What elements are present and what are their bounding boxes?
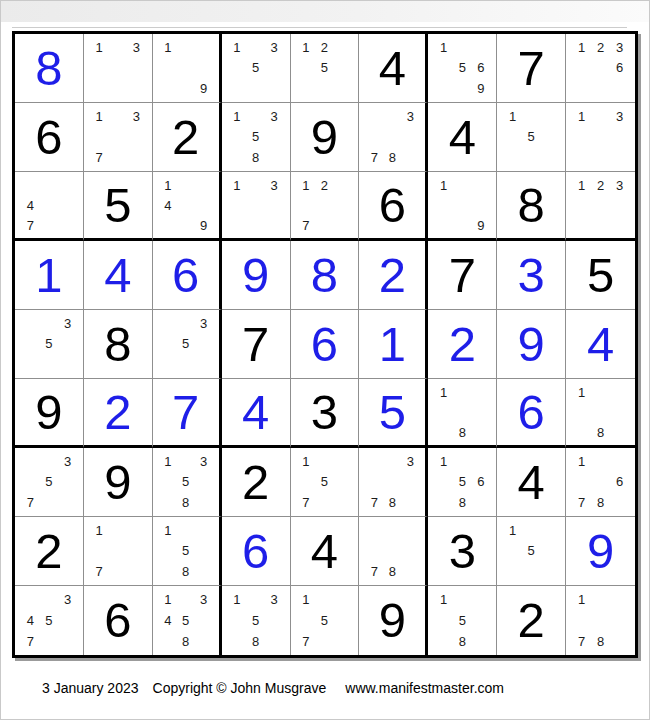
pencil-mark: 3 bbox=[58, 589, 77, 610]
given-digit: 6 bbox=[104, 596, 131, 645]
sudoku-cell[interactable]: 5 bbox=[566, 241, 635, 310]
pencil-mark: 9 bbox=[195, 215, 213, 235]
pencil-mark: 3 bbox=[265, 589, 284, 610]
sudoku-cell[interactable]: 1236 bbox=[566, 34, 635, 103]
pencil-mark: 3 bbox=[401, 451, 419, 472]
pencil-mark: 3 bbox=[265, 37, 284, 58]
given-digit: 9 bbox=[104, 458, 131, 507]
pencil-mark: 7 bbox=[572, 492, 591, 513]
pencil-mark: 5 bbox=[40, 472, 59, 493]
given-digit: 9 bbox=[311, 113, 338, 162]
pencil-mark: 8 bbox=[591, 631, 610, 652]
sudoku-cell[interactable]: 9 bbox=[566, 517, 635, 586]
sudoku-cell[interactable]: 4 bbox=[291, 517, 360, 586]
sudoku-cell[interactable]: 3457 bbox=[15, 586, 84, 655]
sudoku-cell[interactable]: 4 bbox=[84, 241, 153, 310]
pencil-marks: 13 bbox=[222, 172, 290, 238]
pencil-mark: 5 bbox=[246, 127, 265, 148]
sudoku-cell[interactable]: 19 bbox=[153, 34, 222, 103]
given-digit: 5 bbox=[104, 181, 131, 230]
sudoku-cell[interactable]: 2 bbox=[84, 379, 153, 448]
given-digit: 2 bbox=[242, 458, 269, 507]
solved-digit: 6 bbox=[172, 251, 199, 300]
pencil-marks: 15 bbox=[497, 517, 565, 585]
pencil-mark: 7 bbox=[297, 215, 316, 235]
pencil-mark: 3 bbox=[401, 106, 419, 127]
pencil-mark: 9 bbox=[195, 78, 213, 99]
pencil-marks: 127 bbox=[291, 172, 359, 238]
pencil-mark: 5 bbox=[522, 541, 541, 562]
pencil-mark: 5 bbox=[315, 610, 334, 631]
pencil-mark: 7 bbox=[297, 492, 316, 513]
pencil-mark: 7 bbox=[572, 631, 591, 652]
pencil-mark: 1 bbox=[228, 175, 247, 195]
sudoku-cell[interactable]: 6 bbox=[291, 310, 360, 379]
sudoku-cell[interactable]: 5 bbox=[359, 379, 428, 448]
pencil-marks: 35 bbox=[15, 310, 83, 378]
sudoku-cell[interactable]: 158 bbox=[428, 586, 497, 655]
given-digit: 9 bbox=[379, 596, 406, 645]
solved-digit: 9 bbox=[242, 251, 269, 300]
pencil-mark: 8 bbox=[177, 561, 195, 582]
pencil-mark: 8 bbox=[453, 631, 472, 652]
sudoku-cell[interactable]: 2 bbox=[428, 310, 497, 379]
given-digit: 3 bbox=[449, 527, 476, 576]
pencil-mark: 7 bbox=[297, 631, 316, 652]
pencil-mark: 1 bbox=[159, 520, 177, 541]
pencil-mark: 1 bbox=[434, 382, 453, 402]
pencil-mark: 1 bbox=[159, 37, 177, 58]
pencil-mark: 1 bbox=[228, 106, 247, 127]
sudoku-cell[interactable]: 8 bbox=[291, 241, 360, 310]
pencil-mark: 2 bbox=[315, 175, 334, 195]
pencil-mark: 5 bbox=[453, 610, 472, 631]
sudoku-cell[interactable]: 2 bbox=[222, 448, 291, 517]
pencil-mark: 1 bbox=[297, 175, 316, 195]
pencil-mark: 8 bbox=[453, 422, 472, 442]
pencil-mark: 2 bbox=[591, 37, 610, 58]
sudoku-cell[interactable]: 1 bbox=[359, 310, 428, 379]
pencil-marks: 19 bbox=[153, 34, 219, 102]
sudoku-cell[interactable]: 19 bbox=[428, 172, 497, 241]
pencil-mark: 7 bbox=[90, 147, 109, 168]
pencil-mark: 5 bbox=[315, 58, 334, 79]
given-digit: 4 bbox=[311, 527, 338, 576]
footer-copyright: Copyright © John Musgrave bbox=[153, 680, 327, 696]
sudoku-cell[interactable]: 158 bbox=[153, 517, 222, 586]
pencil-mark: 8 bbox=[246, 147, 265, 168]
sudoku-cell[interactable]: 6 bbox=[153, 241, 222, 310]
given-digit: 8 bbox=[518, 181, 545, 230]
pencil-mark: 8 bbox=[383, 147, 401, 168]
pencil-marks: 13 bbox=[84, 34, 152, 102]
pencil-mark: 1 bbox=[228, 589, 247, 610]
pencil-mark: 7 bbox=[21, 492, 40, 513]
sudoku-cell[interactable]: 13 bbox=[222, 172, 291, 241]
pencil-marks: 125 bbox=[291, 34, 359, 102]
pencil-mark: 3 bbox=[610, 106, 629, 127]
solved-digit: 1 bbox=[379, 320, 406, 369]
given-digit: 9 bbox=[35, 388, 62, 437]
sudoku-cell[interactable]: 6 bbox=[497, 379, 566, 448]
pencil-mark: 1 bbox=[159, 451, 177, 472]
solved-digit: 7 bbox=[172, 388, 199, 437]
sudoku-cell[interactable]: 1358 bbox=[153, 448, 222, 517]
sudoku-cell[interactable]: 178 bbox=[566, 586, 635, 655]
sudoku-cell[interactable]: 4 bbox=[566, 310, 635, 379]
pencil-mark: 3 bbox=[195, 451, 213, 472]
board-top-hairline bbox=[12, 27, 627, 28]
pencil-mark: 3 bbox=[127, 106, 146, 127]
sudoku-cell[interactable]: 357 bbox=[15, 448, 84, 517]
page: { "game": "sudoku", "position": "8000040… bbox=[0, 0, 650, 720]
pencil-marks: 178 bbox=[566, 586, 635, 655]
sudoku-cell[interactable]: 13458 bbox=[153, 586, 222, 655]
sudoku-board: 8131913512541569712366137213589378415134… bbox=[12, 31, 638, 658]
pencil-mark: 8 bbox=[383, 561, 401, 582]
footer: 3 January 2023Copyright © John Musgravew… bbox=[42, 680, 504, 696]
pencil-mark: 5 bbox=[522, 127, 541, 148]
given-digit: 6 bbox=[35, 113, 62, 162]
pencil-mark: 6 bbox=[610, 472, 629, 493]
pencil-mark: 4 bbox=[21, 195, 40, 215]
pencil-marks: 19 bbox=[428, 172, 496, 238]
sudoku-cell[interactable]: 7 bbox=[222, 310, 291, 379]
pencil-mark: 3 bbox=[127, 37, 146, 58]
pencil-mark: 7 bbox=[90, 561, 109, 582]
pencil-mark: 5 bbox=[246, 610, 265, 631]
pencil-mark: 2 bbox=[315, 37, 334, 58]
sudoku-cell[interactable]: 127 bbox=[291, 172, 360, 241]
pencil-mark: 6 bbox=[610, 58, 629, 79]
pencil-marks: 15 bbox=[497, 103, 565, 171]
given-digit: 8 bbox=[104, 320, 131, 369]
sudoku-cell[interactable]: 4 bbox=[497, 448, 566, 517]
pencil-mark: 1 bbox=[572, 175, 591, 195]
window-titlebar bbox=[0, 0, 650, 22]
pencil-mark: 7 bbox=[21, 631, 40, 652]
given-digit: 5 bbox=[587, 251, 614, 300]
pencil-mark: 3 bbox=[195, 589, 213, 610]
sudoku-cell[interactable]: 2 bbox=[497, 586, 566, 655]
solved-digit: 9 bbox=[518, 320, 545, 369]
sudoku-cell[interactable]: 18 bbox=[566, 379, 635, 448]
pencil-mark: 1 bbox=[572, 382, 591, 402]
pencil-mark: 4 bbox=[21, 610, 40, 631]
pencil-mark: 8 bbox=[591, 422, 610, 442]
pencil-marks: 1678 bbox=[566, 448, 635, 516]
sudoku-cell[interactable]: 9 bbox=[84, 448, 153, 517]
sudoku-cell[interactable]: 17 bbox=[84, 517, 153, 586]
pencil-mark: 5 bbox=[246, 58, 265, 79]
pencil-marks: 357 bbox=[15, 448, 83, 516]
pencil-mark: 3 bbox=[195, 313, 213, 334]
pencil-marks: 135 bbox=[222, 34, 290, 102]
sudoku-cell[interactable]: 78 bbox=[359, 517, 428, 586]
solved-digit: 8 bbox=[311, 251, 338, 300]
pencil-marks: 17 bbox=[84, 517, 152, 585]
solved-digit: 4 bbox=[104, 251, 131, 300]
pencil-mark: 1 bbox=[572, 106, 591, 127]
sudoku-cell[interactable]: 6 bbox=[359, 172, 428, 241]
sudoku-cell[interactable]: 149 bbox=[153, 172, 222, 241]
footer-date: 3 January 2023 bbox=[42, 680, 139, 696]
pencil-mark: 8 bbox=[177, 631, 195, 652]
sudoku-cell[interactable]: 2 bbox=[15, 517, 84, 586]
pencil-mark: 5 bbox=[177, 472, 195, 493]
given-digit: 2 bbox=[172, 113, 199, 162]
pencil-mark: 1 bbox=[159, 175, 177, 195]
solved-digit: 6 bbox=[311, 320, 338, 369]
pencil-mark: 5 bbox=[453, 472, 472, 493]
sudoku-cell[interactable]: 9 bbox=[497, 310, 566, 379]
pencil-mark: 6 bbox=[472, 58, 491, 79]
footer-website: www.manifestmaster.com bbox=[345, 680, 504, 696]
solved-digit: 4 bbox=[242, 388, 269, 437]
sudoku-cell[interactable]: 4 bbox=[359, 34, 428, 103]
sudoku-cell[interactable]: 1678 bbox=[566, 448, 635, 517]
pencil-marks: 1568 bbox=[428, 448, 496, 516]
pencil-marks: 158 bbox=[428, 586, 496, 655]
sudoku-cell[interactable]: 5 bbox=[84, 172, 153, 241]
sudoku-cell[interactable]: 2 bbox=[153, 103, 222, 172]
sudoku-cell[interactable]: 8 bbox=[15, 34, 84, 103]
solved-digit: 3 bbox=[518, 251, 545, 300]
sudoku-cell[interactable]: 13 bbox=[84, 34, 153, 103]
pencil-mark: 5 bbox=[453, 58, 472, 79]
pencil-marks: 157 bbox=[291, 448, 359, 516]
sudoku-cell[interactable]: 4 bbox=[428, 103, 497, 172]
pencil-marks: 18 bbox=[566, 379, 635, 445]
pencil-marks: 1358 bbox=[153, 448, 219, 516]
pencil-mark: 7 bbox=[365, 147, 383, 168]
sudoku-cell[interactable]: 378 bbox=[359, 103, 428, 172]
sudoku-cell[interactable]: 15 bbox=[497, 517, 566, 586]
pencil-mark: 6 bbox=[472, 472, 491, 493]
solved-digit: 6 bbox=[242, 527, 269, 576]
pencil-mark: 1 bbox=[572, 37, 591, 58]
pencil-marks: 1358 bbox=[222, 103, 290, 171]
pencil-marks: 18 bbox=[428, 379, 496, 445]
given-digit: 7 bbox=[242, 320, 269, 369]
pencil-mark: 9 bbox=[472, 78, 491, 99]
pencil-mark: 5 bbox=[177, 334, 195, 355]
sudoku-cell[interactable]: 9 bbox=[359, 586, 428, 655]
solved-digit: 1 bbox=[35, 251, 62, 300]
pencil-marks: 137 bbox=[84, 103, 152, 171]
pencil-mark: 5 bbox=[177, 541, 195, 562]
pencil-mark: 5 bbox=[315, 472, 334, 493]
pencil-mark: 3 bbox=[610, 37, 629, 58]
given-digit: 7 bbox=[449, 251, 476, 300]
pencil-mark: 2 bbox=[591, 175, 610, 195]
given-digit: 3 bbox=[311, 388, 338, 437]
sudoku-cell[interactable]: 7 bbox=[428, 241, 497, 310]
solved-digit: 8 bbox=[35, 44, 62, 93]
sudoku-cell[interactable]: 1 bbox=[15, 241, 84, 310]
pencil-mark: 1 bbox=[159, 589, 177, 610]
pencil-mark: 3 bbox=[58, 313, 77, 334]
pencil-mark: 3 bbox=[610, 175, 629, 195]
sudoku-cell[interactable]: 1358 bbox=[222, 103, 291, 172]
sudoku-cell[interactable]: 13 bbox=[566, 103, 635, 172]
pencil-mark: 8 bbox=[383, 492, 401, 513]
sudoku-cell[interactable]: 3 bbox=[291, 379, 360, 448]
pencil-marks: 47 bbox=[15, 172, 83, 238]
pencil-mark: 5 bbox=[177, 610, 195, 631]
pencil-mark: 1 bbox=[434, 451, 453, 472]
sudoku-cell[interactable]: 123 bbox=[566, 172, 635, 241]
pencil-marks: 35 bbox=[153, 310, 219, 378]
pencil-mark: 9 bbox=[472, 215, 491, 235]
pencil-mark: 5 bbox=[40, 610, 59, 631]
solved-digit: 4 bbox=[587, 320, 614, 369]
sudoku-cell[interactable]: 7 bbox=[153, 379, 222, 448]
pencil-mark: 3 bbox=[265, 175, 284, 195]
sudoku-cell[interactable]: 8 bbox=[497, 172, 566, 241]
pencil-mark: 1 bbox=[297, 589, 316, 610]
sudoku-cell[interactable]: 1569 bbox=[428, 34, 497, 103]
sudoku-cell[interactable]: 1358 bbox=[222, 586, 291, 655]
solved-digit: 2 bbox=[104, 388, 131, 437]
sudoku-cell[interactable]: 6 bbox=[84, 586, 153, 655]
pencil-marks: 3457 bbox=[15, 586, 83, 655]
pencil-mark: 1 bbox=[434, 175, 453, 195]
pencil-mark: 1 bbox=[228, 37, 247, 58]
pencil-mark: 3 bbox=[58, 451, 77, 472]
solved-digit: 5 bbox=[379, 388, 406, 437]
sudoku-cell[interactable]: 135 bbox=[222, 34, 291, 103]
pencil-mark: 7 bbox=[365, 492, 383, 513]
pencil-mark: 8 bbox=[453, 492, 472, 513]
solved-digit: 9 bbox=[587, 527, 614, 576]
pencil-mark: 1 bbox=[572, 451, 591, 472]
given-digit: 4 bbox=[449, 113, 476, 162]
pencil-marks: 123 bbox=[566, 172, 635, 238]
sudoku-cell[interactable]: 9 bbox=[222, 241, 291, 310]
given-digit: 2 bbox=[518, 596, 545, 645]
given-digit: 7 bbox=[518, 44, 545, 93]
pencil-mark: 5 bbox=[40, 334, 59, 355]
sudoku-cell[interactable]: 1568 bbox=[428, 448, 497, 517]
pencil-marks: 158 bbox=[153, 517, 219, 585]
sudoku-cell[interactable]: 15 bbox=[497, 103, 566, 172]
sudoku-cell[interactable]: 8 bbox=[84, 310, 153, 379]
pencil-mark: 8 bbox=[246, 631, 265, 652]
pencil-marks: 157 bbox=[291, 586, 359, 655]
pencil-mark: 1 bbox=[297, 451, 316, 472]
sudoku-cell[interactable]: 157 bbox=[291, 448, 360, 517]
sudoku-cell[interactable]: 47 bbox=[15, 172, 84, 241]
sudoku-cell[interactable]: 35 bbox=[15, 310, 84, 379]
pencil-mark: 1 bbox=[90, 106, 109, 127]
pencil-marks: 13 bbox=[566, 103, 635, 171]
pencil-mark: 1 bbox=[90, 37, 109, 58]
pencil-mark: 7 bbox=[365, 561, 383, 582]
given-digit: 4 bbox=[518, 458, 545, 507]
solved-digit: 6 bbox=[518, 388, 545, 437]
sudoku-cell[interactable]: 18 bbox=[428, 379, 497, 448]
pencil-marks: 1236 bbox=[566, 34, 635, 102]
pencil-marks: 78 bbox=[359, 517, 425, 585]
solved-digit: 2 bbox=[379, 251, 406, 300]
pencil-mark: 1 bbox=[503, 520, 522, 541]
sudoku-cell[interactable]: 7 bbox=[497, 34, 566, 103]
sudoku-cell[interactable]: 4 bbox=[222, 379, 291, 448]
given-digit: 4 bbox=[379, 44, 406, 93]
pencil-mark: 7 bbox=[21, 215, 40, 235]
pencil-mark: 1 bbox=[434, 589, 453, 610]
sudoku-cell[interactable]: 125 bbox=[291, 34, 360, 103]
pencil-mark: 1 bbox=[434, 37, 453, 58]
pencil-mark: 1 bbox=[297, 37, 316, 58]
pencil-marks: 378 bbox=[359, 448, 425, 516]
sudoku-cell[interactable]: 157 bbox=[291, 586, 360, 655]
sudoku-cell[interactable]: 3 bbox=[497, 241, 566, 310]
sudoku-cell[interactable]: 9 bbox=[15, 379, 84, 448]
sudoku-cell[interactable]: 35 bbox=[153, 310, 222, 379]
pencil-mark: 4 bbox=[159, 610, 177, 631]
sudoku-cell[interactable]: 6 bbox=[15, 103, 84, 172]
solved-digit: 2 bbox=[449, 320, 476, 369]
pencil-marks: 1569 bbox=[428, 34, 496, 102]
pencil-marks: 149 bbox=[153, 172, 219, 238]
pencil-mark: 3 bbox=[265, 106, 284, 127]
given-digit: 2 bbox=[35, 527, 62, 576]
pencil-marks: 1358 bbox=[222, 586, 290, 655]
pencil-mark: 1 bbox=[572, 589, 591, 610]
sudoku-cell[interactable]: 378 bbox=[359, 448, 428, 517]
pencil-mark: 1 bbox=[90, 520, 109, 541]
sudoku-cell[interactable]: 137 bbox=[84, 103, 153, 172]
pencil-marks: 378 bbox=[359, 103, 425, 171]
sudoku-cell[interactable]: 6 bbox=[222, 517, 291, 586]
pencil-mark: 8 bbox=[177, 492, 195, 513]
pencil-mark: 8 bbox=[591, 492, 610, 513]
sudoku-cell[interactable]: 3 bbox=[428, 517, 497, 586]
sudoku-cell[interactable]: 2 bbox=[359, 241, 428, 310]
sudoku-cell[interactable]: 9 bbox=[291, 103, 360, 172]
pencil-mark: 4 bbox=[159, 195, 177, 215]
given-digit: 6 bbox=[379, 181, 406, 230]
pencil-mark: 1 bbox=[503, 106, 522, 127]
pencil-marks: 13458 bbox=[153, 586, 219, 655]
